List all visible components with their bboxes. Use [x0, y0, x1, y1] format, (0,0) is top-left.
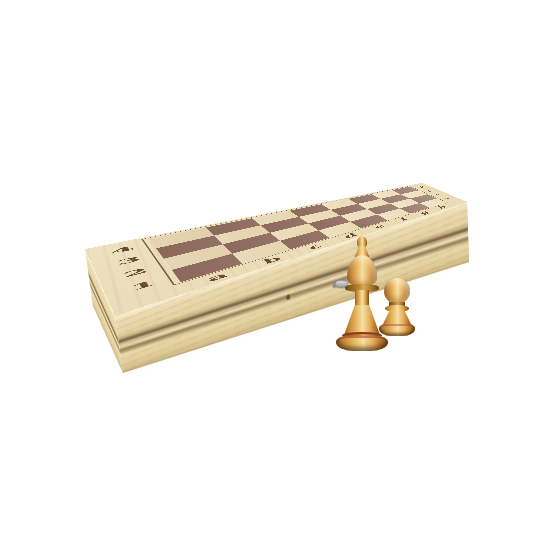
- rank-label-2: 2: [121, 266, 149, 278]
- pawn-piece: [379, 278, 415, 336]
- file-label-f: f: [398, 217, 408, 221]
- knot-dot: [286, 294, 290, 300]
- product-photo-stage: 4321abcdefgh4321: [0, 0, 550, 550]
- file-label-e: e: [372, 224, 386, 230]
- rank-label-right-3: 3: [426, 189, 434, 192]
- pawn-head: [384, 278, 410, 304]
- king-stem: [355, 290, 369, 307]
- rank-label-right-1: 1: [444, 197, 452, 200]
- file-label-g: g: [418, 210, 430, 215]
- rank-label-right-2: 2: [435, 193, 443, 196]
- rank-label-1: 1: [128, 279, 157, 293]
- rank-label-3: 3: [115, 255, 142, 266]
- rank-label-4: 4: [109, 245, 135, 255]
- king-body: [344, 305, 380, 335]
- rank-label-right-4: 4: [417, 186, 425, 188]
- pawn-base: [379, 324, 415, 336]
- king-head: [347, 255, 377, 286]
- file-label-h: h: [437, 205, 448, 209]
- king-base: [336, 336, 388, 351]
